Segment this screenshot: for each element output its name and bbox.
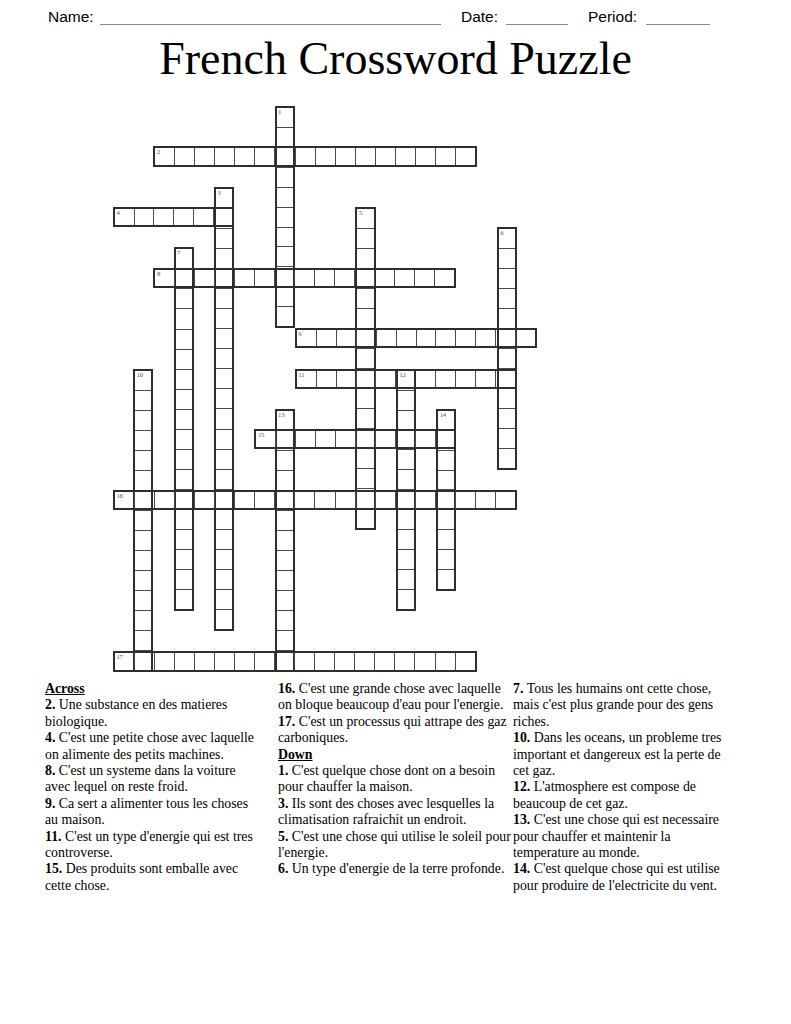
cell-17-across-2[interactable]: [134, 653, 154, 669]
cell-11-across-11[interactable]: [495, 371, 515, 387]
cell-1-down-11[interactable]: [277, 306, 293, 326]
clue-14: 14. C'est quelque chose qui est utilise …: [513, 861, 733, 894]
grid-number-15: 15: [258, 431, 264, 439]
cell-2-across-5[interactable]: [234, 148, 254, 164]
cell-17-across-4[interactable]: [174, 653, 194, 669]
cell-9-across-3[interactable]: [336, 330, 356, 346]
cell-8-across-3[interactable]: [194, 270, 214, 286]
crossword-grid: 1234567891011121314151617: [113, 106, 538, 672]
clue-12: 12. L'atmosphere est compose de beaucoup…: [513, 779, 733, 812]
grid-number-2: 2: [157, 148, 160, 156]
clue-6: 6. Un type d'energie de la terre profond…: [278, 861, 516, 877]
word-9-across: 9: [295, 328, 537, 348]
cell-16-across-7[interactable]: [234, 492, 254, 508]
cell-2-across-12[interactable]: [375, 148, 395, 164]
cell-9-across-4[interactable]: [356, 330, 376, 346]
word-7-down: 7: [174, 247, 194, 611]
cell-1-down-2[interactable]: [277, 127, 293, 147]
cell-15-across-5[interactable]: [335, 431, 355, 447]
cell-7-down-18[interactable]: [176, 589, 192, 609]
cell-2-across-8[interactable]: [295, 148, 315, 164]
cell-12-down-2[interactable]: [398, 390, 414, 410]
grid-number-3: 3: [218, 189, 221, 197]
cell-7-down-15[interactable]: [176, 529, 192, 549]
cell-8-across-5[interactable]: [234, 270, 254, 286]
cell-16-across-3[interactable]: [154, 492, 174, 508]
cell-3-down-22[interactable]: [216, 609, 232, 629]
cell-16-across-13[interactable]: [355, 492, 375, 508]
clue-17: 17. C'est un processus qui attrape des g…: [278, 714, 516, 747]
cell-2-across-16[interactable]: [455, 148, 475, 164]
cell-1-down-6[interactable]: [277, 207, 293, 227]
cell-1-down-8[interactable]: [277, 246, 293, 266]
cell-9-across-9[interactable]: [455, 330, 475, 346]
clue-column-1: Across2. Une substance en des matieres b…: [45, 681, 257, 894]
cell-4-across-3[interactable]: [153, 209, 173, 225]
clue-15: 15. Des produits sont emballe avec cette…: [45, 861, 257, 894]
cell-5-down-16[interactable]: [357, 508, 373, 528]
cell-5-down-10[interactable]: [357, 388, 373, 408]
cell-5-down-11[interactable]: [357, 408, 373, 428]
cell-12-down-5[interactable]: [398, 449, 414, 469]
cell-12-down-9[interactable]: [398, 529, 414, 549]
cell-2-across-13[interactable]: [395, 148, 415, 164]
cell-2-across-7[interactable]: [274, 148, 294, 164]
cell-2-across-2[interactable]: [174, 148, 194, 164]
cell-3-down-10[interactable]: [216, 368, 232, 388]
cell-5-down-6[interactable]: [357, 308, 373, 328]
cell-17-across-5[interactable]: [194, 653, 214, 669]
cell-9-across-5[interactable]: [376, 330, 396, 346]
cell-5-down-14[interactable]: [357, 468, 373, 488]
cell-10-down-12[interactable]: [135, 590, 151, 610]
word-3-down: 3: [214, 187, 234, 631]
cell-16-across-8[interactable]: [254, 492, 274, 508]
cell-8-across-7[interactable]: [274, 270, 294, 286]
cell-12-down-8[interactable]: [398, 509, 414, 529]
cell-9-across-8[interactable]: [435, 330, 455, 346]
cell-4-across-4[interactable]: [173, 209, 193, 225]
cell-11-across-8[interactable]: [435, 371, 455, 387]
cell-5-down-2[interactable]: [357, 228, 373, 248]
cell-11-across-3[interactable]: [336, 371, 356, 387]
cell-9-across-11[interactable]: [495, 330, 515, 346]
cell-17-across-12[interactable]: [334, 653, 354, 669]
cell-6-down-4[interactable]: [499, 288, 515, 308]
cell-16-across-12[interactable]: [335, 492, 355, 508]
cell-10-down-3[interactable]: [135, 410, 151, 430]
cell-7-down-8[interactable]: [176, 389, 192, 409]
grid-number-16: 16: [117, 492, 123, 500]
cell-7-down-7[interactable]: [176, 369, 192, 389]
clue-16: 16. C'est une grande chose avec laquelle…: [278, 681, 516, 714]
clue-10: 10. Dans les oceans, un probleme tres im…: [513, 730, 733, 779]
cell-10-down-2[interactable]: [135, 390, 151, 410]
cell-10-down-14[interactable]: [135, 630, 151, 650]
cell-15-across-7[interactable]: [375, 431, 395, 447]
cell-3-down-18[interactable]: [216, 529, 232, 549]
word-4-across: 4: [113, 207, 234, 227]
cell-13-down-11[interactable]: [277, 610, 293, 630]
clue-8: 8. C'est un systeme dans la voiture avec…: [45, 763, 257, 796]
grid-number-11: 11: [298, 371, 304, 379]
cell-9-across-12[interactable]: [515, 330, 535, 346]
grid-number-13: 13: [278, 411, 284, 419]
cell-3-down-4[interactable]: [216, 248, 232, 268]
cell-14-down-9[interactable]: [438, 569, 454, 589]
word-1-down: 1: [275, 106, 295, 328]
grid-number-12: 12: [399, 371, 405, 379]
cell-6-down-12[interactable]: [499, 448, 515, 468]
grid-number-5: 5: [359, 209, 362, 217]
cell-15-across-2[interactable]: [275, 431, 295, 447]
grid-number-9: 9: [298, 330, 301, 338]
cell-6-down-7[interactable]: [499, 348, 515, 368]
cell-11-across-4[interactable]: [356, 371, 376, 387]
cell-17-across-14[interactable]: [374, 653, 394, 669]
cell-5-down-3[interactable]: [357, 248, 373, 268]
cell-12-down-10[interactable]: [398, 549, 414, 569]
grid-number-17: 17: [117, 653, 123, 661]
cell-12-down-3[interactable]: [398, 410, 414, 430]
name-label: Name:: [48, 8, 94, 26]
word-10-down: 10: [133, 369, 153, 672]
cell-9-across-10[interactable]: [475, 330, 495, 346]
cell-2-across-11[interactable]: [355, 148, 375, 164]
cell-8-across-15[interactable]: [434, 270, 454, 286]
cell-13-down-6[interactable]: [277, 510, 293, 530]
cell-16-across-15[interactable]: [395, 492, 415, 508]
cell-10-down-10[interactable]: [135, 550, 151, 570]
cell-17-across-18[interactable]: [455, 653, 475, 669]
cell-6-down-10[interactable]: [499, 408, 515, 428]
cell-7-down-11[interactable]: [176, 449, 192, 469]
cell-3-down-11[interactable]: [216, 388, 232, 408]
clue-column-2: 16. C'est une grande chose avec laquelle…: [278, 681, 516, 878]
cell-7-down-16[interactable]: [176, 549, 192, 569]
cell-2-across-14[interactable]: [415, 148, 435, 164]
cell-3-down-8[interactable]: [216, 328, 232, 348]
cell-3-down-17[interactable]: [216, 509, 232, 529]
cell-9-across-7[interactable]: [416, 330, 436, 346]
cell-12-down-11[interactable]: [398, 569, 414, 589]
cell-13-down-8[interactable]: [277, 550, 293, 570]
cell-16-across-14[interactable]: [375, 492, 395, 508]
cell-2-across-9[interactable]: [315, 148, 335, 164]
period-label: Period:: [588, 8, 637, 26]
cell-1-down-10[interactable]: [277, 286, 293, 306]
cell-16-across-9[interactable]: [274, 492, 294, 508]
cell-3-down-13[interactable]: [216, 429, 232, 449]
cell-16-across-4[interactable]: [174, 492, 194, 508]
cell-6-down-9[interactable]: [499, 388, 515, 408]
cell-7-down-3[interactable]: [176, 288, 192, 308]
cell-7-down-5[interactable]: [176, 329, 192, 349]
cell-17-across-8[interactable]: [254, 653, 274, 669]
cell-6-down-2[interactable]: [499, 248, 515, 268]
cell-17-across-15[interactable]: [394, 653, 414, 669]
cell-10-down-4[interactable]: [135, 430, 151, 450]
clues-heading-down: Down: [278, 747, 516, 763]
clue-13: 13. C'est une chose qui est necessaire p…: [513, 812, 733, 861]
cell-8-across-8[interactable]: [294, 270, 314, 286]
cell-8-across-11[interactable]: [354, 270, 374, 286]
cell-10-down-13[interactable]: [135, 610, 151, 630]
cell-4-across-2[interactable]: [134, 209, 154, 225]
cell-12-down-12[interactable]: [398, 589, 414, 609]
cell-15-across-9[interactable]: [415, 431, 435, 447]
clue-7: 7. Tous les humains ont cette chose, mai…: [513, 681, 733, 730]
cell-8-across-10[interactable]: [334, 270, 354, 286]
cell-3-down-3[interactable]: [216, 228, 232, 248]
cell-15-across-10[interactable]: [435, 431, 455, 447]
cell-17-across-7[interactable]: [234, 653, 254, 669]
cell-11-across-9[interactable]: [455, 371, 475, 387]
cell-9-across-6[interactable]: [396, 330, 416, 346]
cell-8-across-14[interactable]: [414, 270, 434, 286]
cell-5-down-13[interactable]: [357, 448, 373, 468]
cell-17-across-11[interactable]: [314, 653, 334, 669]
clue-column-3: 7. Tous les humains ont cette chose, mai…: [513, 681, 733, 894]
cell-11-across-5[interactable]: [375, 371, 395, 387]
cell-6-down-5[interactable]: [499, 308, 515, 328]
cell-16-across-10[interactable]: [294, 492, 314, 508]
cell-5-down-5[interactable]: [357, 288, 373, 308]
cell-14-down-3[interactable]: [438, 450, 454, 470]
cell-2-across-3[interactable]: [194, 148, 214, 164]
cell-13-down-3[interactable]: [277, 450, 293, 470]
clues-heading-across: Across: [45, 681, 257, 697]
cell-17-across-17[interactable]: [435, 653, 455, 669]
cell-3-down-12[interactable]: [216, 408, 232, 428]
cell-3-down-9[interactable]: [216, 348, 232, 368]
cell-11-across-10[interactable]: [475, 371, 495, 387]
cell-14-down-8[interactable]: [438, 549, 454, 569]
clue-3: 3. Ils sont des choses avec lesquelles l…: [278, 796, 516, 829]
cell-16-across-19[interactable]: [475, 492, 495, 508]
cell-13-down-9[interactable]: [277, 570, 293, 590]
cell-3-down-14[interactable]: [216, 449, 232, 469]
word-15-across: 15: [254, 429, 456, 449]
cell-2-across-6[interactable]: [254, 148, 274, 164]
cell-3-down-7[interactable]: [216, 308, 232, 328]
cell-10-down-11[interactable]: [135, 570, 151, 590]
cell-7-down-6[interactable]: [176, 349, 192, 369]
cell-15-across-4[interactable]: [315, 431, 335, 447]
grid-number-6: 6: [500, 229, 503, 237]
cell-16-across-20[interactable]: [495, 492, 515, 508]
cell-15-across-6[interactable]: [355, 431, 375, 447]
date-blank-line: [506, 8, 568, 25]
cell-7-down-14[interactable]: [176, 509, 192, 529]
cell-15-across-3[interactable]: [295, 431, 315, 447]
cell-7-down-9[interactable]: [176, 409, 192, 429]
cell-13-down-10[interactable]: [277, 590, 293, 610]
cell-9-across-2[interactable]: [316, 330, 336, 346]
cell-6-down-11[interactable]: [499, 428, 515, 448]
cell-15-across-8[interactable]: [395, 431, 415, 447]
period-blank-line: [646, 8, 710, 25]
grid-number-4: 4: [117, 209, 120, 217]
clue-1: 1. C'est quelque chose dont on a besoin …: [278, 763, 516, 796]
cell-4-across-5[interactable]: [193, 209, 213, 225]
name-blank-line: [100, 8, 441, 25]
cell-10-down-6[interactable]: [135, 470, 151, 490]
cell-3-down-21[interactable]: [216, 589, 232, 609]
cell-17-across-6[interactable]: [214, 653, 234, 669]
clue-2: 2. Une substance en des matieres biologi…: [45, 697, 257, 730]
clue-5: 5. C'est une chose qui utilise le soleil…: [278, 829, 516, 862]
cell-16-across-6[interactable]: [214, 492, 234, 508]
cell-13-down-12[interactable]: [277, 630, 293, 650]
cell-8-across-4[interactable]: [214, 270, 234, 286]
cell-8-across-2[interactable]: [174, 270, 194, 286]
clue-9: 9. Ca sert a alimenter tous les choses a…: [45, 796, 257, 829]
cell-1-down-4[interactable]: [277, 167, 293, 187]
cell-3-down-6[interactable]: [216, 288, 232, 308]
cell-8-across-6[interactable]: [254, 270, 274, 286]
cell-16-across-17[interactable]: [435, 492, 455, 508]
worksheet-page: { "header": { "name_label": "Name:", "da…: [0, 0, 791, 1024]
cell-1-down-7[interactable]: [277, 227, 293, 247]
cell-16-across-11[interactable]: [314, 492, 334, 508]
cell-14-down-7[interactable]: [438, 529, 454, 549]
word-8-across: 8: [153, 268, 456, 288]
cell-3-down-20[interactable]: [216, 569, 232, 589]
cell-17-across-13[interactable]: [354, 653, 374, 669]
cell-13-down-7[interactable]: [277, 530, 293, 550]
cell-4-across-6[interactable]: [213, 209, 233, 225]
grid-number-1: 1: [278, 108, 281, 116]
cell-14-down-4[interactable]: [438, 470, 454, 490]
grid-number-14: 14: [440, 411, 446, 419]
cell-7-down-4[interactable]: [176, 308, 192, 328]
cell-17-across-3[interactable]: [154, 653, 174, 669]
cell-8-across-9[interactable]: [314, 270, 334, 286]
cell-11-across-2[interactable]: [316, 371, 336, 387]
cell-11-across-7[interactable]: [415, 371, 435, 387]
cell-1-down-5[interactable]: [277, 187, 293, 207]
cell-16-across-5[interactable]: [194, 492, 214, 508]
cell-2-across-15[interactable]: [435, 148, 455, 164]
word-16-across: 16: [113, 490, 517, 510]
cell-8-across-12[interactable]: [374, 270, 394, 286]
grid-number-8: 8: [157, 270, 160, 278]
cell-7-down-10[interactable]: [176, 429, 192, 449]
cell-12-down-6[interactable]: [398, 469, 414, 489]
cell-14-down-6[interactable]: [438, 509, 454, 529]
cell-16-across-18[interactable]: [455, 492, 475, 508]
cell-10-down-8[interactable]: [135, 510, 151, 530]
cell-7-down-12[interactable]: [176, 469, 192, 489]
clue-4: 4. C'est une petite chose avec laquelle …: [45, 730, 257, 763]
cell-3-down-15[interactable]: [216, 469, 232, 489]
grid-number-10: 10: [137, 371, 143, 379]
word-6-down: 6: [497, 227, 517, 469]
word-17-across: 17: [113, 651, 477, 671]
cell-3-down-19[interactable]: [216, 549, 232, 569]
cell-2-across-4[interactable]: [214, 148, 234, 164]
cell-10-down-5[interactable]: [135, 450, 151, 470]
clue-11: 11. C'est un type d'energie qui est tres…: [45, 829, 257, 862]
cell-6-down-3[interactable]: [499, 268, 515, 288]
cell-7-down-17[interactable]: [176, 569, 192, 589]
word-2-across: 2: [153, 146, 476, 166]
cell-5-down-8[interactable]: [357, 348, 373, 368]
cell-17-across-9[interactable]: [274, 653, 294, 669]
cell-17-across-10[interactable]: [294, 653, 314, 669]
cell-17-across-16[interactable]: [414, 653, 434, 669]
cell-2-across-10[interactable]: [335, 148, 355, 164]
cell-13-down-4[interactable]: [277, 470, 293, 490]
cell-16-across-16[interactable]: [415, 492, 435, 508]
cell-10-down-9[interactable]: [135, 530, 151, 550]
date-label: Date:: [461, 8, 498, 26]
grid-number-7: 7: [177, 249, 180, 257]
cell-8-across-13[interactable]: [394, 270, 414, 286]
page-title: French Crossword Puzzle: [0, 33, 791, 85]
cell-16-across-2[interactable]: [134, 492, 154, 508]
